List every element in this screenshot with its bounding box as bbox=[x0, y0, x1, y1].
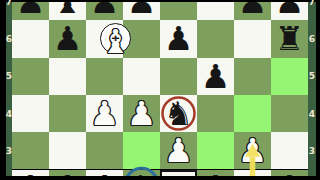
piece-black-pawn-h7[interactable]: ♟ bbox=[271, 0, 308, 20]
square-a5[interactable] bbox=[12, 58, 49, 95]
piece-black-pawn-e6[interactable]: ♟ bbox=[160, 20, 197, 57]
square-h5[interactable] bbox=[271, 58, 308, 95]
rank-label-left-6: 6 bbox=[5, 34, 14, 44]
piece-white-bishop-c6[interactable]: ♝ bbox=[97, 23, 134, 60]
piece-white-pawn-g3[interactable]: ♟ bbox=[234, 132, 271, 169]
piece-black-pawn-b6[interactable]: ♟ bbox=[49, 20, 86, 57]
square-g4[interactable] bbox=[234, 95, 271, 132]
rank-label-right-5: 5 bbox=[307, 71, 317, 81]
square-h3[interactable] bbox=[271, 132, 308, 169]
piece-black-bishop-b7[interactable]: ♝ bbox=[49, 0, 86, 20]
square-g5[interactable] bbox=[234, 58, 271, 95]
square-g6[interactable] bbox=[234, 20, 271, 57]
piece-white-pawn-c4[interactable]: ♟ bbox=[86, 95, 123, 132]
square-b5[interactable] bbox=[49, 58, 86, 95]
frame-bar-top bbox=[0, 0, 320, 2]
square-f4[interactable] bbox=[197, 95, 234, 132]
square-a3[interactable] bbox=[12, 132, 49, 169]
rank-label-right-7: 7 bbox=[307, 0, 317, 7]
chess-board-screenshot: ♟♝♟♟♟♟♟♝♟♜♟♟♟♞♟♟♟♟♛♞♟♟7766554433 bbox=[0, 0, 320, 180]
piece-black-pawn-g7[interactable]: ♟ bbox=[234, 0, 271, 20]
square-d3[interactable] bbox=[123, 132, 160, 169]
rank-label-left-5: 5 bbox=[5, 71, 14, 81]
rank-label-left-4: 4 bbox=[5, 109, 14, 119]
piece-white-pawn-e3[interactable]: ♟ bbox=[160, 132, 197, 169]
square-f7[interactable] bbox=[197, 0, 234, 20]
piece-black-pawn-d7[interactable]: ♟ bbox=[123, 0, 160, 20]
square-f6[interactable] bbox=[197, 20, 234, 57]
rank-label-left-7: 7 bbox=[5, 0, 14, 7]
square-c3[interactable] bbox=[86, 132, 123, 169]
piece-black-pawn-a7[interactable]: ♟ bbox=[12, 0, 49, 20]
piece-black-rook-h6[interactable]: ♜ bbox=[271, 20, 308, 57]
square-b3[interactable] bbox=[49, 132, 86, 169]
square-f3[interactable] bbox=[197, 132, 234, 169]
piece-black-pawn-c7[interactable]: ♟ bbox=[86, 0, 123, 20]
square-c5[interactable] bbox=[86, 58, 123, 95]
square-a4[interactable] bbox=[12, 95, 49, 132]
frame-bar-bottom bbox=[0, 176, 320, 180]
square-a6[interactable] bbox=[12, 20, 49, 57]
rank-label-right-6: 6 bbox=[307, 34, 317, 44]
rank-label-right-4: 4 bbox=[307, 109, 317, 119]
rank-label-right-3: 3 bbox=[307, 146, 317, 156]
square-h4[interactable] bbox=[271, 95, 308, 132]
square-e7[interactable] bbox=[160, 0, 197, 20]
square-b4[interactable] bbox=[49, 95, 86, 132]
piece-black-knight-e4[interactable]: ♞ bbox=[160, 95, 197, 132]
piece-white-pawn-d4[interactable]: ♟ bbox=[123, 95, 160, 132]
piece-black-pawn-f5[interactable]: ♟ bbox=[197, 58, 234, 95]
rank-label-left-3: 3 bbox=[5, 146, 14, 156]
square-d5[interactable] bbox=[123, 58, 160, 95]
square-e5[interactable] bbox=[160, 58, 197, 95]
